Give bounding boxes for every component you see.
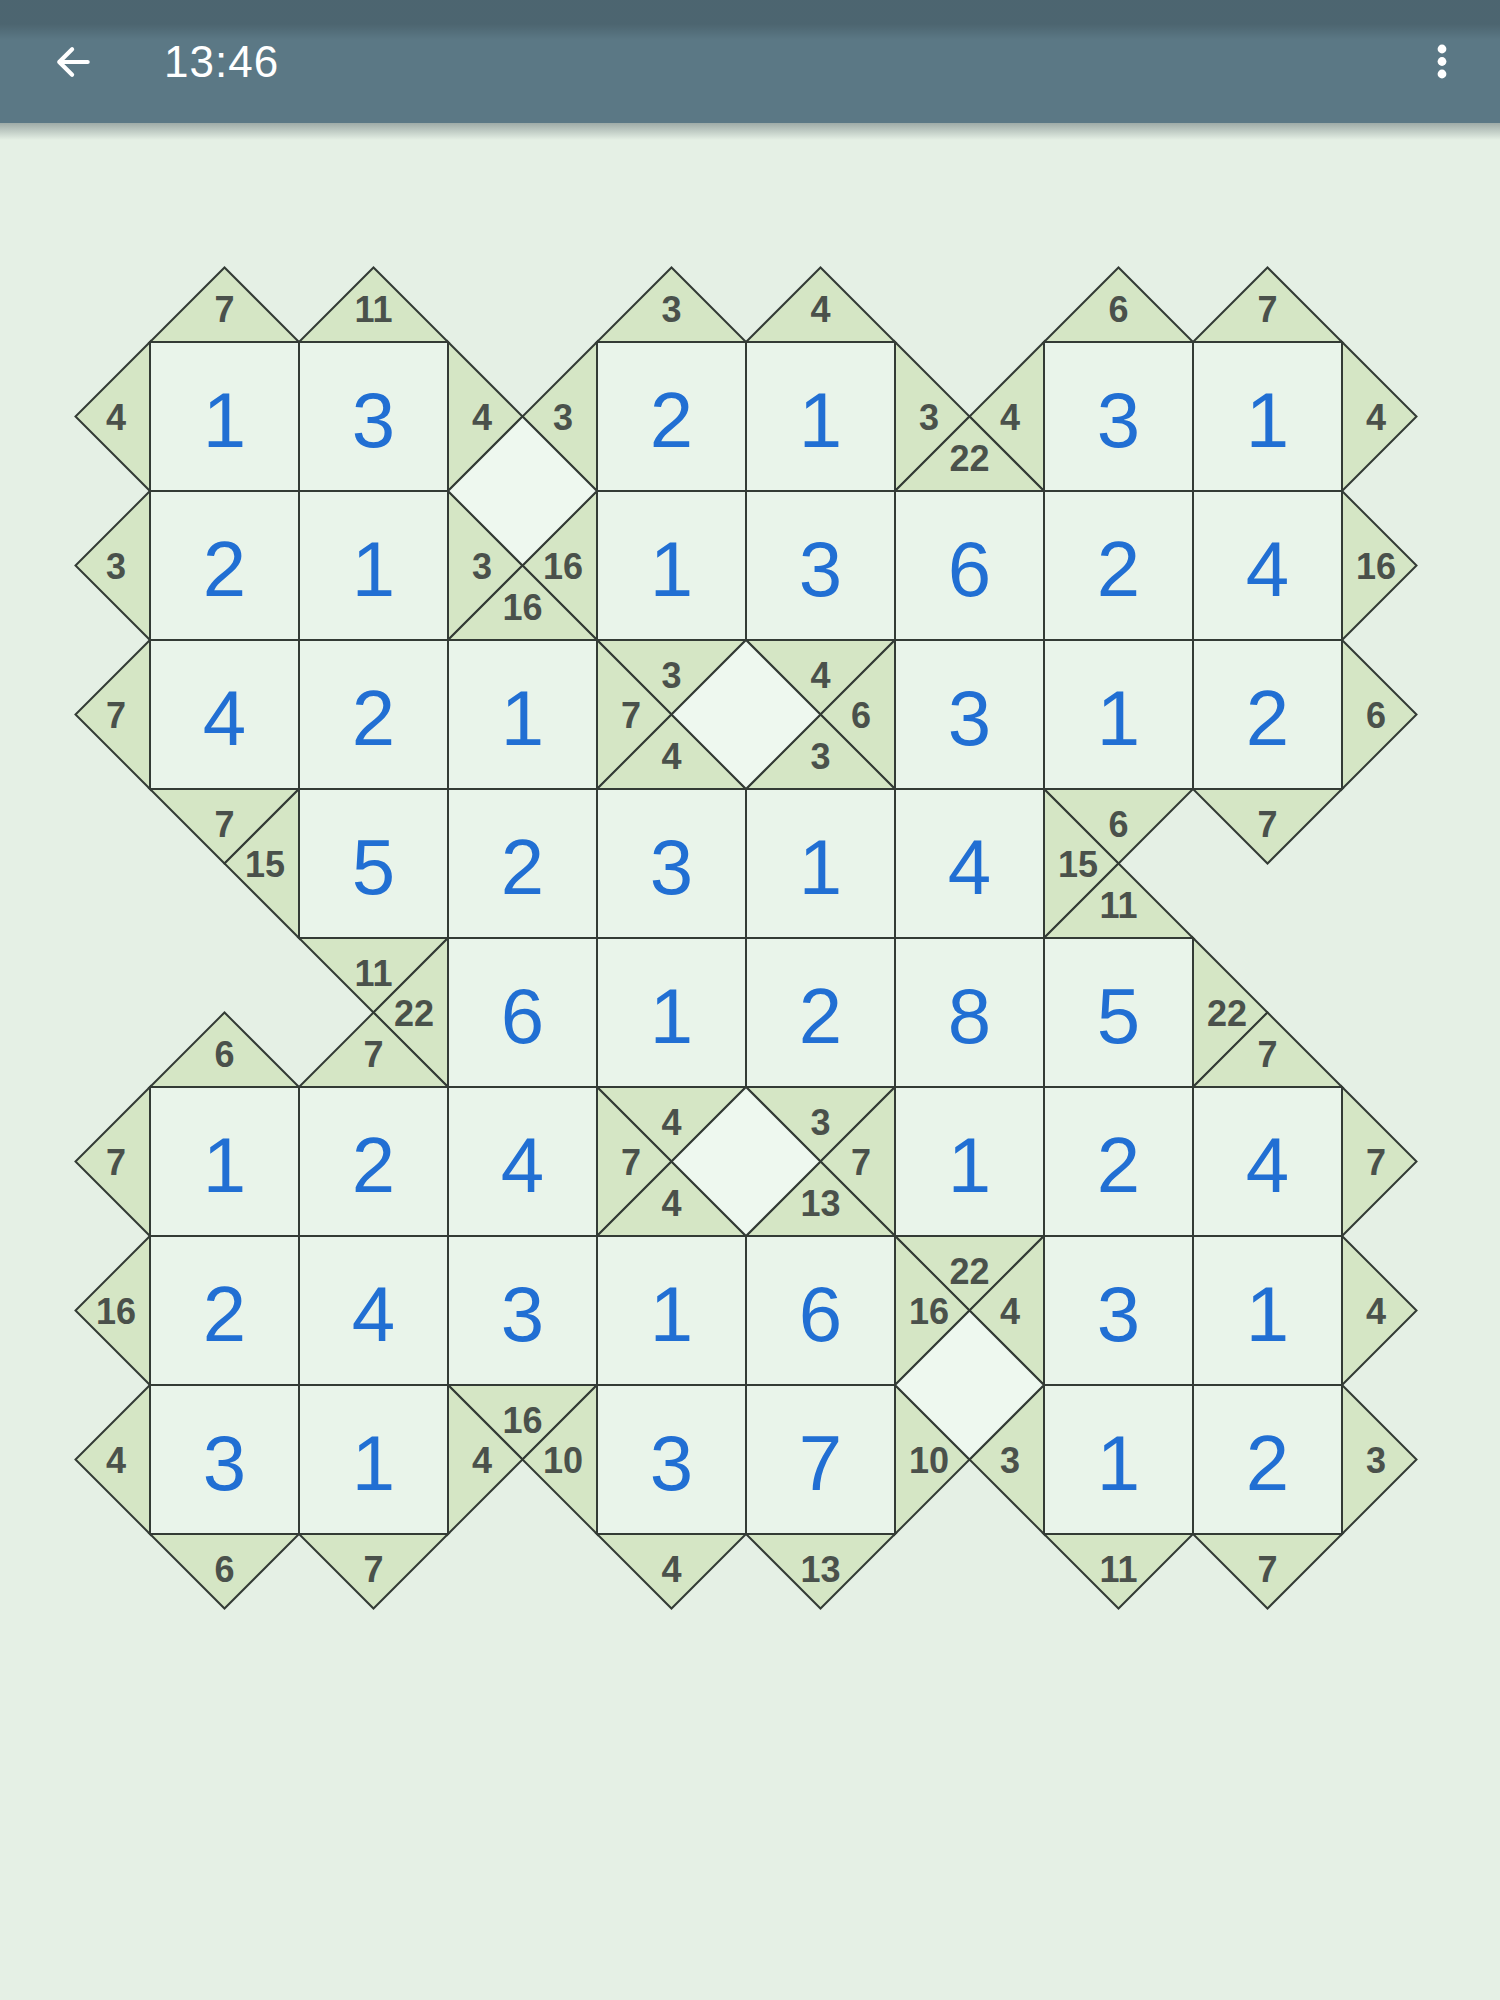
cell-value-r1c2: 3 [352,376,395,464]
clue-value-r2c3-left: 3 [472,546,492,587]
cell-value-r2c7: 2 [1097,525,1140,613]
clue-value-r0c1-bottom: 7 [214,289,234,330]
cell-value-r4c4: 3 [650,823,693,911]
clue-value-r8c9-left: 3 [1366,1440,1386,1481]
cell-value-r3c3: 1 [501,674,544,762]
cell-value-r2c1: 2 [203,525,246,613]
clue-value-r7c6-right: 4 [1000,1291,1020,1332]
clue-value-r6c4-left: 7 [621,1142,641,1183]
clue-value-r3c0-right: 7 [106,695,126,736]
cell-value-r1c1: 1 [203,376,246,464]
clue-value-r0c5-bottom: 4 [810,289,830,330]
cell-value-r4c3: 2 [501,823,544,911]
clue-value-r1c6-left: 3 [919,397,939,438]
cell-value-r7c1: 2 [203,1270,246,1358]
clue-value-r5c1-bottom: 6 [214,1034,234,1075]
clue-value-r8c6-right: 3 [1000,1440,1020,1481]
cell-value-r5c5: 2 [799,972,842,1060]
app-bar: 13:46 [0,0,1500,123]
kebab-menu-icon [1424,36,1460,90]
clue-value-r4c7-top: 6 [1108,804,1128,845]
clue-value-r7c6-left: 16 [909,1291,949,1332]
cell-value-r8c5: 7 [799,1419,842,1507]
kakuro-board: 1321312113624421312523146128512412424316… [0,0,1500,2000]
elapsed-time: 13:46 [164,0,279,123]
clue-value-r6c5-bottom: 13 [800,1183,840,1224]
cell-value-r2c2: 1 [352,525,395,613]
clue-value-r7c6-top: 22 [949,1251,989,1292]
cell-value-r8c8: 2 [1246,1419,1289,1507]
clue-value-r2c3-right: 16 [543,546,583,587]
cell-value-r2c5: 3 [799,525,842,613]
clue-value-r9c5-top: 13 [800,1549,840,1590]
clue-value-r9c7-top: 11 [1099,1549,1137,1590]
clue-value-r7c9-left: 4 [1366,1291,1386,1332]
cell-value-r7c3: 3 [501,1270,544,1358]
cell-value-r1c8: 1 [1246,376,1289,464]
cell-value-r6c1: 1 [203,1121,246,1209]
clue-value-r1c3-right: 3 [553,397,573,438]
clue-value-r6c5-top: 3 [810,1102,830,1143]
cell-value-r6c6: 1 [948,1121,991,1209]
cell-value-r2c8: 4 [1246,525,1289,613]
cell-value-r4c5: 1 [799,823,842,911]
clue-value-r5c2-right: 22 [394,993,434,1034]
clue-value-r9c2-top: 7 [363,1549,383,1590]
cell-value-r7c7: 3 [1097,1270,1140,1358]
cell-value-r1c7: 3 [1097,376,1140,464]
clue-value-r9c1-top: 6 [214,1549,234,1590]
clue-value-r1c6-bottom: 22 [949,438,989,479]
clue-value-r6c4-top: 4 [661,1102,681,1143]
cell-value-r8c1: 3 [203,1419,246,1507]
clue-value-r4c7-left: 15 [1058,844,1098,885]
cell-value-r5c6: 8 [948,972,991,1060]
clue-value-r3c5-top: 4 [810,655,830,696]
cell-value-r7c5: 6 [799,1270,842,1358]
clue-value-r3c4-top: 3 [661,655,681,696]
cell-value-r5c4: 1 [650,972,693,1060]
clue-value-r5c8-left: 22 [1207,993,1247,1034]
clue-value-r0c8-bottom: 7 [1257,289,1277,330]
cell-value-r3c1: 4 [203,674,246,762]
clue-value-r4c8-top: 7 [1257,804,1277,845]
clue-value-r3c4-bottom: 4 [661,736,681,777]
cell-value-r6c7: 2 [1097,1121,1140,1209]
clue-value-r5c2-bottom: 7 [363,1034,383,1075]
cell-value-r8c4: 3 [650,1419,693,1507]
clue-value-r8c3-right: 10 [543,1440,583,1481]
cell-value-r8c7: 1 [1097,1419,1140,1507]
cell-value-r7c2: 4 [352,1270,395,1358]
cell-value-r5c3: 6 [501,972,544,1060]
clue-value-r3c5-bottom: 3 [810,736,830,777]
clue-value-r6c9-left: 7 [1366,1142,1386,1183]
clue-value-r8c3-left: 4 [472,1440,492,1481]
cell-value-r3c6: 3 [948,674,991,762]
cell-value-r4c2: 5 [352,823,395,911]
clue-value-r2c3-bottom: 16 [502,587,542,628]
cell-value-r8c2: 1 [352,1419,395,1507]
overflow-menu-button[interactable] [1418,36,1466,90]
cell-value-r1c4: 2 [650,376,693,464]
clue-value-r8c0-right: 4 [106,1440,126,1481]
clue-value-r5c8-bottom: 7 [1257,1034,1277,1075]
clue-value-r9c4-top: 4 [661,1549,681,1590]
cell-value-r3c8: 2 [1246,674,1289,762]
clue-value-r3c4-left: 7 [621,695,641,736]
clue-value-r0c4-bottom: 3 [661,289,681,330]
clue-value-r1c3-left: 4 [472,397,492,438]
clue-value-r1c9-left: 4 [1366,397,1386,438]
clue-value-r2c0-right: 3 [106,546,126,587]
clue-value-r0c2-bottom: 11 [354,289,392,330]
clue-value-r8c6-left: 10 [909,1440,949,1481]
cell-value-r3c2: 2 [352,674,395,762]
clue-value-r5c2-top: 11 [354,953,392,994]
clue-value-r6c0-right: 7 [106,1142,126,1183]
cell-value-r6c8: 4 [1246,1121,1289,1209]
cell-value-r7c4: 1 [650,1270,693,1358]
cell-value-r7c8: 1 [1246,1270,1289,1358]
clue-value-r4c7-bottom: 11 [1099,885,1137,926]
clue-value-r3c9-left: 6 [1366,695,1386,736]
clue-value-r6c4-bottom: 4 [661,1183,681,1224]
clue-value-r6c5-right: 7 [851,1142,871,1183]
clue-value-r1c0-right: 4 [106,397,126,438]
clue-value-r3c5-right: 6 [851,695,871,736]
clue-value-r1c6-right: 4 [1000,397,1020,438]
cell-value-r1c5: 1 [799,376,842,464]
cell-value-r2c4: 1 [650,525,693,613]
clue-value-r7c0-right: 16 [96,1291,136,1332]
cell-value-r3c7: 1 [1097,674,1140,762]
clue-value-r4c1-right: 15 [245,844,285,885]
cell-value-r6c3: 4 [501,1121,544,1209]
clue-value-r2c9-left: 16 [1356,546,1396,587]
cell-value-r4c6: 4 [948,823,991,911]
clue-value-r0c7-bottom: 6 [1108,289,1128,330]
cell-value-r5c7: 5 [1097,972,1140,1060]
back-button[interactable] [49,38,97,86]
cell-value-r6c2: 2 [352,1121,395,1209]
clue-value-r8c3-top: 16 [502,1400,542,1441]
clue-value-r4c1-top: 7 [214,804,234,845]
arrow-left-icon [51,40,95,84]
cell-value-r2c6: 6 [948,525,991,613]
clue-value-r9c8-top: 7 [1257,1549,1277,1590]
